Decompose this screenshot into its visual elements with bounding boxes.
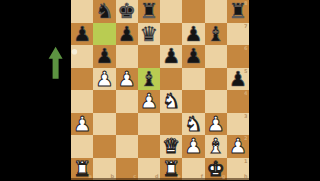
square-d7[interactable]: ♛ — [138, 23, 160, 46]
square-a6[interactable] — [71, 45, 93, 68]
piece-black-bishop[interactable]: ♝ — [206, 23, 224, 44]
square-d4[interactable]: ♟ — [138, 90, 160, 113]
square-f1[interactable]: f — [182, 158, 204, 181]
piece-white-pawn[interactable]: ♟ — [206, 113, 224, 134]
square-d3[interactable] — [138, 113, 160, 136]
square-h1[interactable]: 1h — [227, 158, 249, 181]
square-c1[interactable]: c — [116, 158, 138, 181]
square-b1[interactable]: b — [93, 158, 115, 181]
file-label: b — [110, 174, 114, 179]
square-g6[interactable] — [205, 45, 227, 68]
square-e4[interactable]: ♞ — [160, 90, 182, 113]
piece-black-pawn[interactable]: ♟ — [184, 23, 202, 44]
square-b8[interactable]: ♞ — [93, 0, 115, 23]
square-f4[interactable] — [182, 90, 204, 113]
piece-white-pawn[interactable]: ♟ — [229, 136, 247, 157]
square-f2[interactable]: ♟ — [182, 135, 204, 158]
square-f6[interactable]: ♟ — [182, 45, 204, 68]
square-e5[interactable] — [160, 68, 182, 91]
piece-white-queen[interactable]: ♛ — [162, 136, 180, 157]
piece-black-knight[interactable]: ♞ — [95, 1, 113, 22]
square-h2[interactable]: ♟2 — [227, 135, 249, 158]
piece-white-knight[interactable]: ♞ — [162, 91, 180, 112]
square-h8[interactable]: ♜8 — [227, 0, 249, 23]
square-g4[interactable] — [205, 90, 227, 113]
piece-black-pawn[interactable]: ♟ — [162, 46, 180, 67]
square-g2[interactable]: ♝ — [205, 135, 227, 158]
square-c5[interactable]: ♟ — [116, 68, 138, 91]
square-a4[interactable] — [71, 90, 93, 113]
square-a2[interactable] — [71, 135, 93, 158]
square-c7[interactable]: ♟ — [116, 23, 138, 46]
rank-label: 1 — [244, 159, 247, 164]
square-b4[interactable] — [93, 90, 115, 113]
square-a5[interactable] — [71, 68, 93, 91]
piece-white-rook[interactable]: ♜ — [73, 158, 91, 179]
file-label: h — [244, 174, 248, 179]
square-b6[interactable]: ♟ — [93, 45, 115, 68]
square-d5[interactable]: ♝ — [138, 68, 160, 91]
square-c8[interactable]: ♚ — [116, 0, 138, 23]
rank-label: 7 — [244, 24, 247, 29]
square-f5[interactable] — [182, 68, 204, 91]
piece-white-pawn[interactable]: ♟ — [117, 68, 135, 89]
piece-black-pawn[interactable]: ♟ — [95, 46, 113, 67]
rank-label: 3 — [244, 114, 247, 119]
piece-black-pawn[interactable]: ♟ — [73, 23, 91, 44]
piece-white-pawn[interactable]: ♟ — [140, 91, 158, 112]
square-f3[interactable]: ♞ — [182, 113, 204, 136]
file-label: c — [133, 174, 136, 179]
app-window: ♞♚♜♜8♟♟♛♟♝7♟♟♟6♟♟♝♟5♟♞4♟♞♟3♛♟♝♟2♜abcd♜ef… — [0, 0, 320, 180]
piece-white-knight[interactable]: ♞ — [184, 113, 202, 134]
rank-label: 6 — [244, 46, 247, 51]
square-h5[interactable]: ♟5 — [227, 68, 249, 91]
piece-white-bishop[interactable]: ♝ — [206, 136, 224, 157]
piece-black-bishop[interactable]: ♝ — [140, 68, 158, 89]
square-e2[interactable]: ♛ — [160, 135, 182, 158]
letterbox-left — [0, 0, 71, 180]
square-h6[interactable]: 6 — [227, 45, 249, 68]
square-d1[interactable]: d — [138, 158, 160, 181]
letterbox-right — [249, 0, 320, 180]
file-label: d — [155, 174, 159, 179]
square-e3[interactable] — [160, 113, 182, 136]
piece-white-pawn[interactable]: ♟ — [73, 113, 91, 134]
square-b3[interactable] — [93, 113, 115, 136]
square-a7[interactable]: ♟ — [71, 23, 93, 46]
square-h3[interactable]: 3 — [227, 113, 249, 136]
square-h4[interactable]: 4 — [227, 90, 249, 113]
piece-black-pawn[interactable]: ♟ — [184, 46, 202, 67]
file-label: f — [201, 174, 203, 179]
rank-label: 4 — [244, 91, 247, 96]
square-a8[interactable] — [71, 0, 93, 23]
piece-white-pawn[interactable]: ♟ — [184, 136, 202, 157]
piece-black-pawn[interactable]: ♟ — [229, 68, 247, 89]
piece-black-rook[interactable]: ♜ — [140, 1, 158, 22]
square-b7[interactable] — [93, 23, 115, 46]
piece-black-queen[interactable]: ♛ — [140, 23, 158, 44]
square-b5[interactable]: ♟ — [93, 68, 115, 91]
piece-black-king[interactable]: ♚ — [117, 1, 135, 22]
square-g8[interactable] — [205, 0, 227, 23]
square-d8[interactable]: ♜ — [138, 0, 160, 23]
square-c2[interactable] — [116, 135, 138, 158]
square-d6[interactable] — [138, 45, 160, 68]
piece-white-king[interactable]: ♚ — [206, 158, 224, 179]
square-g1[interactable]: ♚g — [205, 158, 227, 181]
piece-white-rook[interactable]: ♜ — [162, 158, 180, 179]
square-g7[interactable]: ♝ — [205, 23, 227, 46]
square-c6[interactable] — [116, 45, 138, 68]
square-c3[interactable] — [116, 113, 138, 136]
piece-white-pawn[interactable]: ♟ — [95, 68, 113, 89]
square-d2[interactable] — [138, 135, 160, 158]
piece-black-pawn[interactable]: ♟ — [117, 23, 135, 44]
square-f7[interactable]: ♟ — [182, 23, 204, 46]
square-c4[interactable] — [116, 90, 138, 113]
square-f8[interactable] — [182, 0, 204, 23]
square-g3[interactable]: ♟ — [205, 113, 227, 136]
square-h7[interactable]: 7 — [227, 23, 249, 46]
square-b2[interactable] — [93, 135, 115, 158]
square-e1[interactable]: ♜e — [160, 158, 182, 181]
square-e7[interactable] — [160, 23, 182, 46]
piece-black-rook[interactable]: ♜ — [229, 1, 247, 22]
square-g5[interactable] — [205, 68, 227, 91]
square-e6[interactable]: ♟ — [160, 45, 182, 68]
square-a3[interactable]: ♟ — [71, 113, 93, 136]
square-e8[interactable] — [160, 0, 182, 23]
square-a1[interactable]: ♜a — [71, 158, 93, 181]
chess-board: ♞♚♜♜8♟♟♛♟♝7♟♟♟6♟♟♝♟5♟♞4♟♞♟3♛♟♝♟2♜abcd♜ef… — [71, 0, 249, 180]
